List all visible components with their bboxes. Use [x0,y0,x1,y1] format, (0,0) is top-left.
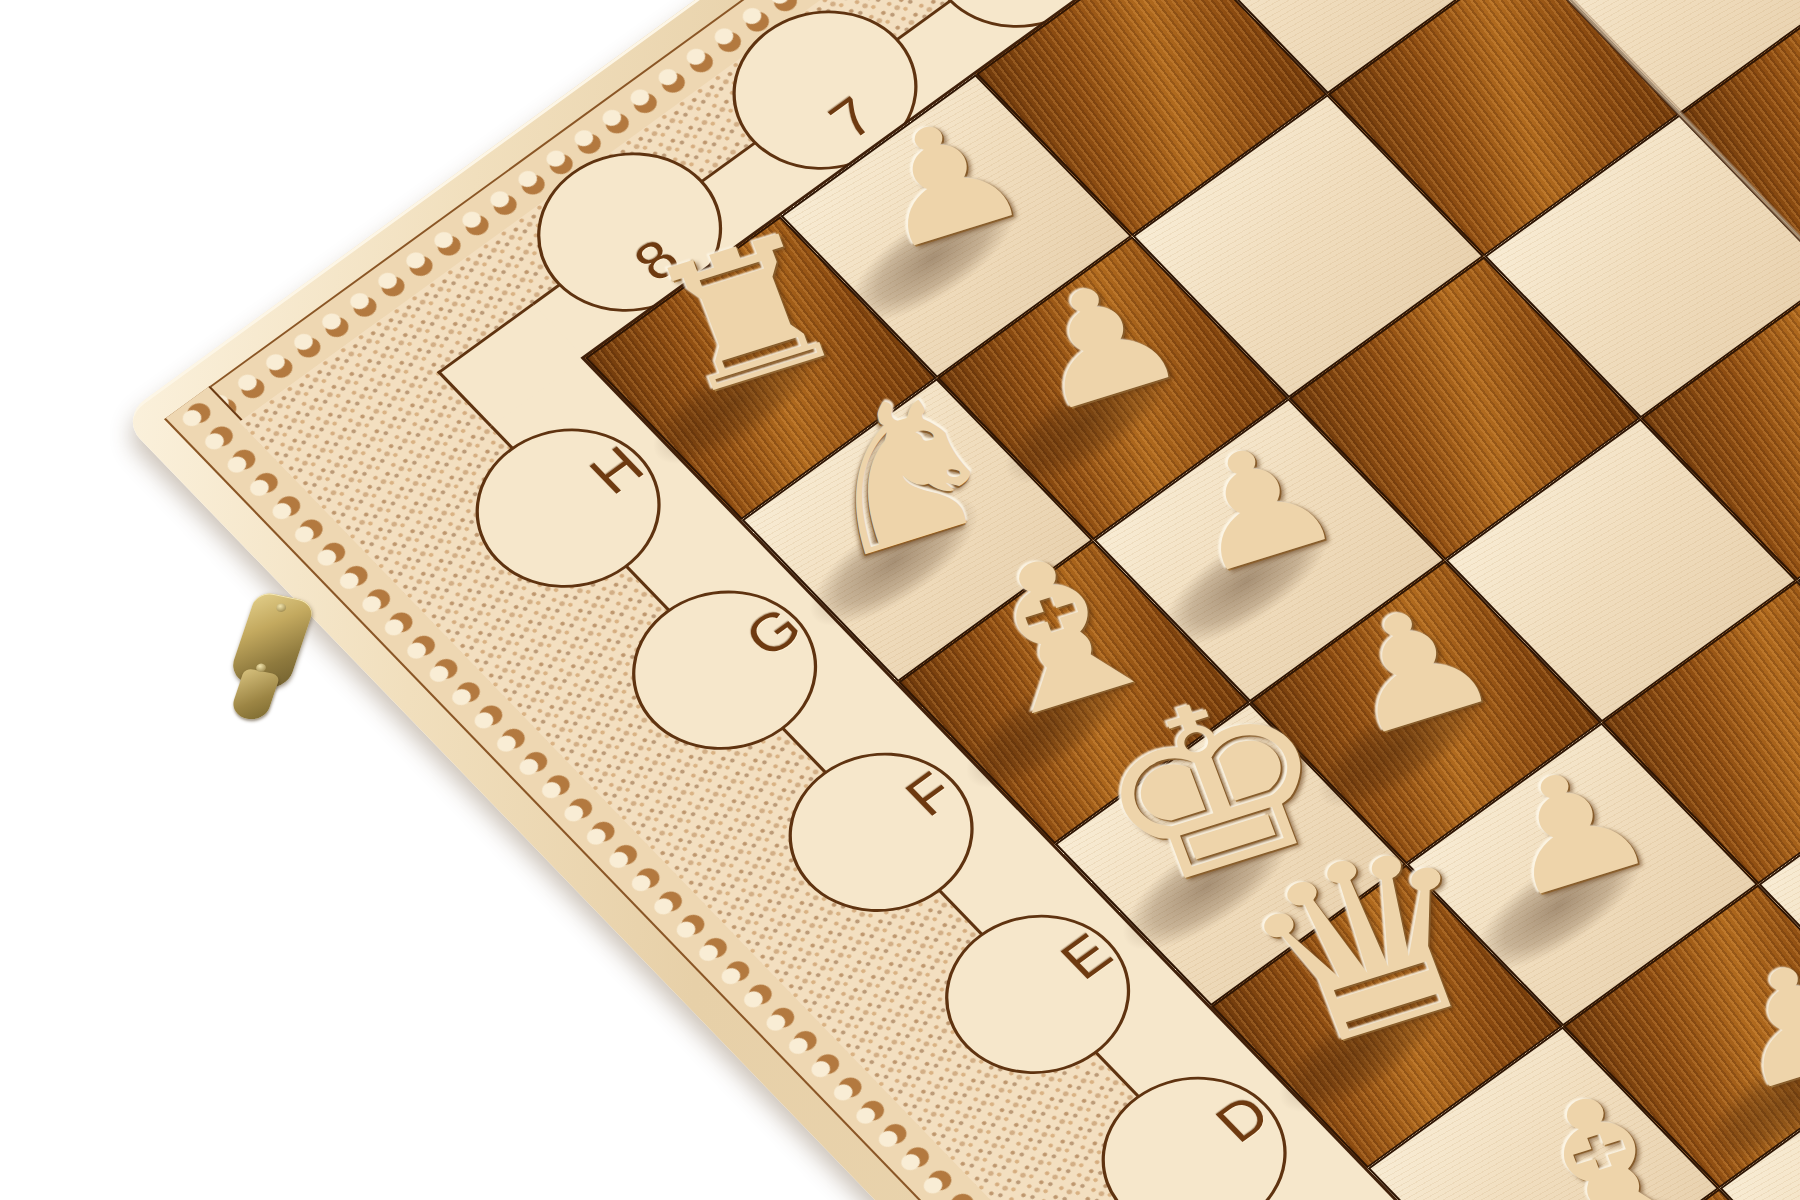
photo-scene: 87654321 HGFEDCBA ♜♞♝♚♛♝♟♟♟♟♟♟ [0,0,1800,1200]
brass-latch-icon [184,579,345,740]
